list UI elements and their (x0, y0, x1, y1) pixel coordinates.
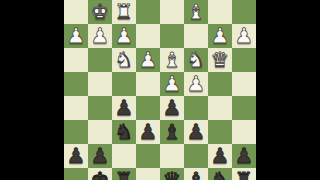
white-pawn[interactable]: ♟ (67, 24, 86, 48)
square-b8[interactable]: ♞ (208, 168, 232, 180)
square-c5[interactable] (184, 96, 208, 120)
white-queen[interactable]: ♛ (211, 48, 230, 72)
square-a6[interactable] (232, 120, 256, 144)
white-pawn[interactable]: ♟ (187, 72, 206, 96)
square-f5[interactable]: ♟ (112, 96, 136, 120)
square-c8[interactable]: ♝ (184, 168, 208, 180)
white-pawn[interactable]: ♟ (163, 72, 182, 96)
white-king[interactable]: ♚ (91, 0, 110, 24)
square-d8[interactable]: ♛ (160, 168, 184, 180)
square-c4[interactable]: ♟ (184, 72, 208, 96)
square-e7[interactable] (136, 144, 160, 168)
square-h2[interactable]: ♟ (64, 24, 88, 48)
square-c3[interactable]: ♞ (184, 48, 208, 72)
square-c6[interactable]: ♟ (184, 120, 208, 144)
square-b6[interactable] (208, 120, 232, 144)
square-e2[interactable] (136, 24, 160, 48)
black-pawn[interactable]: ♟ (115, 96, 134, 120)
black-rook[interactable]: ♜ (235, 168, 254, 180)
square-a2[interactable]: ♟ (232, 24, 256, 48)
black-pawn[interactable]: ♟ (67, 144, 86, 168)
black-pawn[interactable]: ♟ (235, 144, 254, 168)
square-g6[interactable] (88, 120, 112, 144)
square-b2[interactable]: ♟ (208, 24, 232, 48)
square-d2[interactable] (160, 24, 184, 48)
square-g4[interactable] (88, 72, 112, 96)
square-h6[interactable] (64, 120, 88, 144)
square-a5[interactable] (232, 96, 256, 120)
square-h3[interactable] (64, 48, 88, 72)
square-d3[interactable]: ♝ (160, 48, 184, 72)
black-knight[interactable]: ♞ (115, 120, 134, 144)
square-f2[interactable]: ♟ (112, 24, 136, 48)
square-e1[interactable] (136, 0, 160, 24)
square-h1[interactable] (64, 0, 88, 24)
white-knight[interactable]: ♞ (187, 48, 206, 72)
black-knight[interactable]: ♞ (211, 168, 230, 180)
square-c7[interactable] (184, 144, 208, 168)
square-h4[interactable] (64, 72, 88, 96)
square-b3[interactable]: ♛ (208, 48, 232, 72)
square-h7[interactable]: ♟ (64, 144, 88, 168)
white-rook[interactable]: ♜ (115, 0, 134, 24)
black-pawn[interactable]: ♟ (187, 120, 206, 144)
square-d7[interactable] (160, 144, 184, 168)
square-d6[interactable]: ♝ (160, 120, 184, 144)
square-g1[interactable]: ♚ (88, 0, 112, 24)
square-a1[interactable] (232, 0, 256, 24)
black-bishop[interactable]: ♝ (187, 168, 206, 180)
black-pawn[interactable]: ♟ (139, 120, 158, 144)
black-pawn[interactable]: ♟ (211, 144, 230, 168)
black-queen[interactable]: ♛ (163, 168, 182, 180)
square-d1[interactable] (160, 0, 184, 24)
square-a8[interactable]: ♜ (232, 168, 256, 180)
white-pawn[interactable]: ♟ (115, 24, 134, 48)
square-h5[interactable] (64, 96, 88, 120)
square-e3[interactable]: ♟ (136, 48, 160, 72)
square-f6[interactable]: ♞ (112, 120, 136, 144)
black-pawn[interactable]: ♟ (91, 144, 110, 168)
square-g5[interactable] (88, 96, 112, 120)
black-bishop[interactable]: ♝ (163, 120, 182, 144)
square-a4[interactable] (232, 72, 256, 96)
chess-board: ♚♜♝♟♟♟♟♟♞♟♝♞♛♟♟♟♟♞♟♝♟♟♟♟♟♚♜♛♝♞♜ (64, 0, 256, 180)
white-bishop[interactable]: ♝ (163, 48, 182, 72)
white-pawn[interactable]: ♟ (139, 48, 158, 72)
square-e6[interactable]: ♟ (136, 120, 160, 144)
square-g8[interactable]: ♚ (88, 168, 112, 180)
square-a3[interactable] (232, 48, 256, 72)
square-f4[interactable] (112, 72, 136, 96)
black-pawn[interactable]: ♟ (163, 96, 182, 120)
square-e4[interactable] (136, 72, 160, 96)
white-knight[interactable]: ♞ (115, 48, 134, 72)
white-bishop[interactable]: ♝ (187, 0, 206, 24)
square-a7[interactable]: ♟ (232, 144, 256, 168)
square-e5[interactable] (136, 96, 160, 120)
square-c1[interactable]: ♝ (184, 0, 208, 24)
app-background: ♚♜♝♟♟♟♟♟♞♟♝♞♛♟♟♟♟♞♟♝♟♟♟♟♟♚♜♛♝♞♜ (0, 0, 320, 180)
white-pawn[interactable]: ♟ (235, 24, 254, 48)
white-pawn[interactable]: ♟ (91, 24, 110, 48)
square-f7[interactable] (112, 144, 136, 168)
white-pawn[interactable]: ♟ (211, 24, 230, 48)
black-rook[interactable]: ♜ (115, 168, 134, 180)
square-b4[interactable] (208, 72, 232, 96)
square-d5[interactable]: ♟ (160, 96, 184, 120)
square-b1[interactable] (208, 0, 232, 24)
square-f8[interactable]: ♜ (112, 168, 136, 180)
square-g3[interactable] (88, 48, 112, 72)
square-e8[interactable] (136, 168, 160, 180)
black-king[interactable]: ♚ (91, 168, 110, 180)
square-g7[interactable]: ♟ (88, 144, 112, 168)
square-c2[interactable] (184, 24, 208, 48)
square-b7[interactable]: ♟ (208, 144, 232, 168)
square-d4[interactable]: ♟ (160, 72, 184, 96)
square-b5[interactable] (208, 96, 232, 120)
square-f3[interactable]: ♞ (112, 48, 136, 72)
square-g2[interactable]: ♟ (88, 24, 112, 48)
square-h8[interactable] (64, 168, 88, 180)
square-f1[interactable]: ♜ (112, 0, 136, 24)
